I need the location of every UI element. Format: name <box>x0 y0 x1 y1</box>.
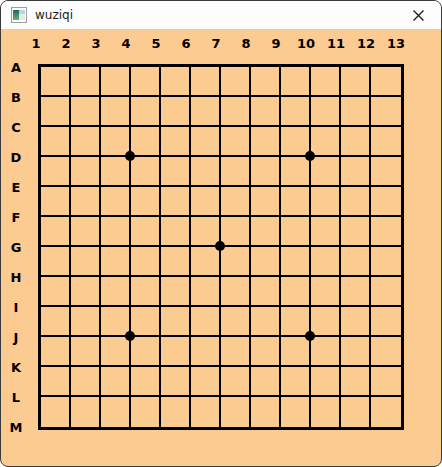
board-cell <box>281 307 311 337</box>
board-cell <box>41 97 71 127</box>
board-cell <box>221 277 251 307</box>
board-cell <box>41 397 71 427</box>
board-cell <box>281 127 311 157</box>
board[interactable] <box>38 64 404 430</box>
board-cell <box>101 217 131 247</box>
board-cell <box>71 67 101 97</box>
board-cell <box>221 127 251 157</box>
board-cell <box>41 247 71 277</box>
board-cell <box>101 157 131 187</box>
board-cell <box>161 187 191 217</box>
board-cell <box>41 67 71 97</box>
board-cell <box>161 367 191 397</box>
board-cell <box>161 97 191 127</box>
board-cell <box>131 307 161 337</box>
board-cell <box>71 367 101 397</box>
app-icon <box>11 7 27 23</box>
board-cell <box>191 187 221 217</box>
board-cell <box>161 217 191 247</box>
board-cell <box>341 187 371 217</box>
column-label: 9 <box>271 37 280 50</box>
board-cell <box>71 397 101 427</box>
board-cell <box>101 277 131 307</box>
row-label: G <box>11 241 22 254</box>
board-cell <box>101 67 131 97</box>
board-cell <box>41 367 71 397</box>
board-cell <box>191 157 221 187</box>
board-cell <box>251 397 281 427</box>
column-label: 8 <box>241 37 250 50</box>
board-cell <box>251 367 281 397</box>
board-cell <box>371 157 401 187</box>
board-cell <box>281 67 311 97</box>
board-cell <box>131 127 161 157</box>
board-cell <box>41 337 71 367</box>
board-cell <box>341 217 371 247</box>
board-cell <box>131 367 161 397</box>
close-icon <box>412 9 425 22</box>
board-cell <box>101 127 131 157</box>
board-cell <box>101 307 131 337</box>
board-cell <box>251 247 281 277</box>
board-cell <box>131 157 161 187</box>
board-cell <box>221 307 251 337</box>
board-cell <box>71 157 101 187</box>
board-cell <box>341 247 371 277</box>
board-cell <box>161 307 191 337</box>
board-cell <box>41 157 71 187</box>
row-label: F <box>12 211 21 224</box>
board-cell <box>131 187 161 217</box>
board-cell <box>281 187 311 217</box>
row-label: E <box>12 181 21 194</box>
row-label: J <box>14 331 19 344</box>
board-cell <box>251 157 281 187</box>
board-cell <box>191 247 221 277</box>
board-cell <box>71 217 101 247</box>
board-cell <box>251 127 281 157</box>
column-label: 10 <box>297 37 315 50</box>
board-cell <box>41 217 71 247</box>
row-label: H <box>11 271 22 284</box>
board-cell <box>371 247 401 277</box>
column-label: 2 <box>61 37 70 50</box>
board-cell <box>161 67 191 97</box>
board-cell <box>221 337 251 367</box>
window-title: wuziqi <box>35 8 73 22</box>
column-label: 11 <box>327 37 345 50</box>
board-cell <box>371 277 401 307</box>
board-cell <box>191 67 221 97</box>
board-cell <box>371 97 401 127</box>
row-label: D <box>11 151 22 164</box>
board-cell <box>131 337 161 367</box>
board-cell <box>161 337 191 367</box>
board-cell <box>191 277 221 307</box>
board-cell <box>341 67 371 97</box>
board-cell <box>191 97 221 127</box>
board-cell <box>191 337 221 367</box>
board-cell <box>251 277 281 307</box>
board-cell <box>341 397 371 427</box>
board-cell <box>311 97 341 127</box>
app-window: wuziqi 12345678910111213ABCDEFGHIJKLM <box>0 0 442 467</box>
board-cell <box>161 157 191 187</box>
board-background: 12345678910111213ABCDEFGHIJKLM <box>1 29 441 466</box>
board-cell <box>101 97 131 127</box>
board-cell <box>131 217 161 247</box>
board-cell <box>371 307 401 337</box>
board-cell <box>71 187 101 217</box>
board-cell <box>251 67 281 97</box>
board-cell <box>131 247 161 277</box>
board-cell <box>311 247 341 277</box>
board-cell <box>41 277 71 307</box>
board-cell <box>371 217 401 247</box>
board-cell <box>191 217 221 247</box>
board-cell <box>131 277 161 307</box>
board-cell <box>311 307 341 337</box>
board-cell <box>341 277 371 307</box>
board-cell <box>341 307 371 337</box>
board-cell <box>161 397 191 427</box>
board-cell <box>101 247 131 277</box>
board-cell <box>281 367 311 397</box>
board-cell <box>341 97 371 127</box>
board-cell <box>221 67 251 97</box>
board-cell <box>341 157 371 187</box>
board-cell <box>71 97 101 127</box>
row-label: L <box>12 391 20 404</box>
row-label: C <box>11 121 21 134</box>
board-cell <box>311 67 341 97</box>
board-cell <box>71 277 101 307</box>
row-label: M <box>10 421 23 434</box>
board-cell <box>281 217 311 247</box>
board-cell <box>101 397 131 427</box>
board-cell <box>101 367 131 397</box>
board-cell <box>311 217 341 247</box>
board-cell <box>71 337 101 367</box>
board-cell <box>191 307 221 337</box>
board-cell <box>341 367 371 397</box>
row-label: I <box>14 301 19 314</box>
row-label: A <box>11 61 21 74</box>
board-cell <box>281 397 311 427</box>
board-cell <box>131 397 161 427</box>
board-cell <box>101 337 131 367</box>
column-label: 3 <box>91 37 100 50</box>
board-cell <box>131 97 161 127</box>
board-cell <box>371 397 401 427</box>
board-cell <box>371 367 401 397</box>
board-cell <box>221 187 251 217</box>
board-cell <box>221 157 251 187</box>
board-cell <box>41 307 71 337</box>
column-label: 5 <box>151 37 160 50</box>
board-cell <box>71 247 101 277</box>
board-cell <box>251 187 281 217</box>
board-cell <box>251 307 281 337</box>
column-label: 7 <box>211 37 220 50</box>
board-cell <box>251 217 281 247</box>
board-cell <box>71 127 101 157</box>
column-label: 12 <box>357 37 375 50</box>
board-cell <box>221 217 251 247</box>
board-cell <box>341 127 371 157</box>
board-cell <box>161 247 191 277</box>
board-cell <box>41 187 71 217</box>
board-cell <box>371 67 401 97</box>
board-cell <box>311 127 341 157</box>
column-label: 4 <box>121 37 130 50</box>
board-cell <box>281 247 311 277</box>
board-cell <box>41 127 71 157</box>
board-cell <box>221 247 251 277</box>
board-cell <box>71 307 101 337</box>
board-cell <box>311 397 341 427</box>
close-button[interactable] <box>395 1 441 29</box>
board-cell <box>311 337 341 367</box>
column-label: 6 <box>181 37 190 50</box>
board-cell <box>161 277 191 307</box>
board-cell <box>371 187 401 217</box>
board-cell <box>371 127 401 157</box>
board-cell <box>191 367 221 397</box>
column-label: 13 <box>387 37 405 50</box>
board-cell <box>311 157 341 187</box>
board-cell <box>221 97 251 127</box>
title-bar: wuziqi <box>1 1 441 29</box>
board-cell <box>341 337 371 367</box>
board-cell <box>371 337 401 367</box>
column-label: 1 <box>31 37 40 50</box>
board-cell <box>311 367 341 397</box>
board-cell <box>251 337 281 367</box>
board-cell <box>191 127 221 157</box>
board-cell <box>161 127 191 157</box>
board-cell <box>281 157 311 187</box>
row-label: B <box>11 91 21 104</box>
board-cell <box>281 337 311 367</box>
row-label: K <box>11 361 21 374</box>
board-cell <box>311 187 341 217</box>
board-cell <box>281 277 311 307</box>
board-cell <box>221 367 251 397</box>
board-cell <box>251 97 281 127</box>
board-cell <box>191 397 221 427</box>
board-cell <box>281 97 311 127</box>
board-cell <box>221 397 251 427</box>
board-cell <box>101 187 131 217</box>
board-cell <box>311 277 341 307</box>
board-cell <box>131 67 161 97</box>
